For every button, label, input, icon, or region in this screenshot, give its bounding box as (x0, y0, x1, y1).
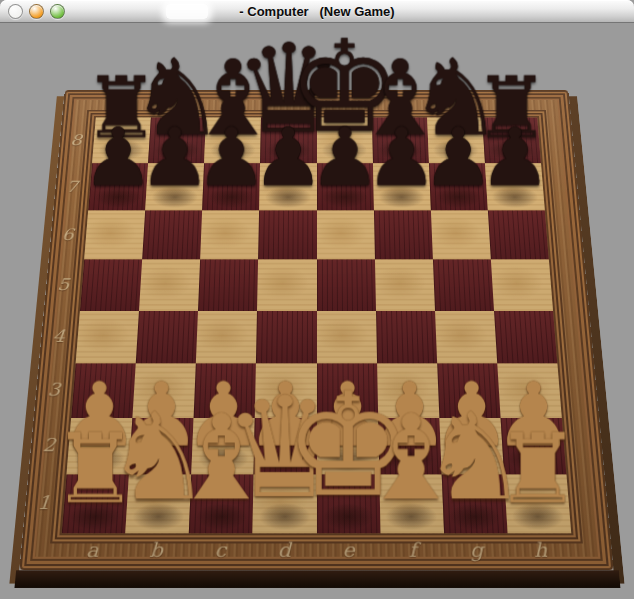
window-content: ♜♞♝♛♚♝♞♜♟♟♟♟♟♟♟♟♟♟♟♟♟♟♟♟♜♞♝♛♚♝♞♜ 8765432… (0, 22, 634, 599)
square-f4[interactable] (376, 311, 437, 364)
file-label-a: a (80, 538, 105, 561)
chess-app-window: - Computer (New Game) ♜♞♝♛♚♝♞♜♟♟♟♟♟♟♟♟♟♟… (0, 0, 634, 599)
square-h6[interactable] (488, 211, 549, 260)
chess-board: ♜♞♝♛♚♝♞♜♟♟♟♟♟♟♟♟♟♟♟♟♟♟♟♟♜♞♝♛♚♝♞♜ 8765432… (19, 90, 613, 570)
square-c5[interactable] (198, 260, 258, 311)
file-label-c: c (208, 538, 233, 561)
square-c6[interactable] (200, 211, 259, 260)
piece-black-pawn-h7[interactable]: ♟ (479, 117, 551, 198)
square-f5[interactable] (375, 260, 435, 311)
square-d6[interactable] (258, 211, 316, 260)
rank-label-6: 6 (56, 225, 79, 243)
rank-label-5: 5 (52, 275, 75, 294)
square-a4[interactable] (76, 311, 139, 364)
file-label-d: d (272, 538, 296, 561)
file-label-h: h (528, 538, 553, 561)
rank-label-7: 7 (61, 177, 84, 195)
square-b6[interactable] (142, 211, 202, 260)
square-d5[interactable] (257, 260, 316, 311)
square-h7[interactable]: ♟ (485, 163, 545, 210)
square-a6[interactable] (84, 211, 145, 260)
square-f6[interactable] (374, 211, 433, 260)
square-d4[interactable] (256, 311, 316, 364)
square-g5[interactable] (433, 260, 494, 311)
board-side-bottom (14, 570, 620, 588)
file-label-f: f (400, 538, 425, 561)
board-scene: ♜♞♝♛♚♝♞♜♟♟♟♟♟♟♟♟♟♟♟♟♟♟♟♟♜♞♝♛♚♝♞♜ 8765432… (0, 22, 634, 599)
square-g6[interactable] (431, 211, 491, 260)
redacted-player-name (166, 4, 208, 19)
square-c4[interactable] (196, 311, 257, 364)
square-b5[interactable] (139, 260, 200, 311)
file-label-b: b (144, 538, 169, 561)
piece-white-rook-h1[interactable]: ♜ (495, 421, 581, 517)
square-b4[interactable] (136, 311, 198, 364)
square-h1[interactable]: ♜ (504, 474, 571, 533)
rank-label-4: 4 (47, 326, 71, 346)
square-h4[interactable] (494, 311, 557, 364)
square-a5[interactable] (80, 260, 142, 311)
file-label-e: e (336, 538, 360, 561)
square-e6[interactable] (317, 211, 375, 260)
square-e5[interactable] (317, 260, 376, 311)
squares-grid: ♜♞♝♛♚♝♞♜♟♟♟♟♟♟♟♟♟♟♟♟♟♟♟♟♜♞♝♛♚♝♞♜ (62, 118, 572, 534)
square-h5[interactable] (491, 260, 553, 311)
square-e4[interactable] (316, 311, 376, 364)
square-g4[interactable] (435, 311, 497, 364)
file-label-g: g (464, 538, 489, 561)
